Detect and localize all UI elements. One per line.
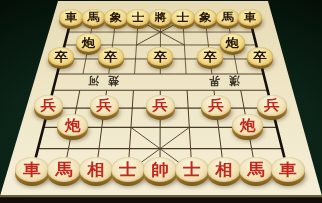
piece-glyph: 車 — [23, 161, 41, 177]
piece-glyph: 卒 — [253, 50, 267, 63]
piece-face: 炮 — [232, 114, 263, 137]
piece-red-soldier[interactable]: 兵 — [146, 95, 175, 124]
xiangqi-photo-scene: 楚河 漢界 車馬象士將士象馬車炮炮卒卒卒卒卒兵兵兵兵兵炮炮車馬相士帥士相馬車 — [0, 0, 322, 203]
piece-glyph: 相 — [87, 161, 105, 177]
piece-black-soldier[interactable]: 卒 — [247, 47, 273, 73]
piece-glyph: 士 — [119, 161, 137, 177]
piece-glyph: 炮 — [240, 118, 256, 133]
piece-face: 卒 — [98, 47, 124, 66]
piece-glyph: 將 — [154, 12, 166, 23]
piece-black-elephant[interactable]: 象 — [104, 9, 128, 33]
piece-red-chariot[interactable]: 車 — [15, 157, 49, 191]
piece-face: 兵 — [146, 95, 175, 117]
piece-black-chariot[interactable]: 車 — [238, 9, 262, 33]
piece-glyph: 馬 — [222, 12, 234, 23]
piece-glyph: 馬 — [247, 161, 265, 177]
piece-red-general[interactable]: 帥 — [143, 157, 177, 191]
piece-black-soldier[interactable]: 卒 — [98, 47, 124, 73]
piece-red-elephant[interactable]: 相 — [207, 157, 241, 191]
piece-glyph: 士 — [177, 12, 189, 23]
piece-glyph: 士 — [132, 12, 144, 23]
piece-glyph: 兵 — [153, 98, 168, 112]
pieces-layer: 車馬象士將士象馬車炮炮卒卒卒卒卒兵兵兵兵兵炮炮車馬相士帥士相馬車 — [0, 0, 322, 203]
piece-glyph: 帥 — [151, 161, 169, 177]
piece-red-soldier[interactable]: 兵 — [90, 95, 119, 124]
piece-black-horse[interactable]: 馬 — [82, 9, 106, 33]
piece-red-chariot[interactable]: 車 — [271, 157, 305, 191]
piece-face: 車 — [238, 9, 262, 26]
piece-red-horse[interactable]: 馬 — [47, 157, 81, 191]
piece-black-advisor[interactable]: 士 — [171, 9, 195, 33]
piece-black-soldier[interactable]: 卒 — [197, 47, 223, 73]
piece-black-horse[interactable]: 馬 — [216, 9, 240, 33]
piece-glyph: 車 — [65, 12, 77, 23]
piece-face: 馬 — [239, 157, 273, 182]
piece-face: 士 — [126, 9, 150, 26]
piece-red-horse[interactable]: 馬 — [239, 157, 273, 191]
piece-face: 士 — [111, 157, 145, 182]
piece-glyph: 卒 — [203, 50, 217, 63]
piece-black-soldier[interactable]: 卒 — [48, 47, 74, 73]
piece-glyph: 象 — [199, 12, 211, 23]
piece-red-elephant[interactable]: 相 — [79, 157, 113, 191]
piece-face: 車 — [271, 157, 305, 182]
piece-glyph: 相 — [215, 161, 233, 177]
piece-glyph: 象 — [110, 12, 122, 23]
piece-red-advisor[interactable]: 士 — [175, 157, 209, 191]
piece-red-soldier[interactable]: 兵 — [201, 95, 230, 124]
piece-face: 象 — [104, 9, 128, 26]
piece-glyph: 卒 — [154, 50, 168, 63]
piece-face: 兵 — [90, 95, 119, 117]
piece-face: 卒 — [48, 47, 74, 66]
piece-black-advisor[interactable]: 士 — [126, 9, 150, 33]
piece-black-soldier[interactable]: 卒 — [147, 47, 173, 73]
piece-glyph: 卒 — [104, 50, 118, 63]
piece-face: 象 — [194, 9, 218, 26]
piece-red-advisor[interactable]: 士 — [111, 157, 145, 191]
piece-face: 卒 — [197, 47, 223, 66]
piece-glyph: 炮 — [65, 118, 81, 133]
piece-face: 帥 — [143, 157, 177, 182]
piece-face: 士 — [175, 157, 209, 182]
piece-glyph: 兵 — [264, 98, 279, 112]
piece-face: 兵 — [201, 95, 230, 117]
piece-face: 馬 — [47, 157, 81, 182]
piece-glyph: 卒 — [54, 50, 68, 63]
piece-glyph: 馬 — [87, 12, 99, 23]
piece-face: 相 — [207, 157, 241, 182]
piece-glyph: 馬 — [55, 161, 73, 177]
piece-glyph: 兵 — [208, 98, 223, 112]
piece-glyph: 兵 — [97, 98, 112, 112]
piece-face: 炮 — [57, 114, 88, 137]
piece-red-cannon[interactable]: 炮 — [57, 114, 88, 145]
piece-face: 卒 — [247, 47, 273, 66]
piece-glyph: 炮 — [82, 36, 95, 48]
piece-black-chariot[interactable]: 車 — [59, 9, 83, 33]
piece-face: 車 — [15, 157, 49, 182]
piece-glyph: 炮 — [226, 36, 239, 48]
piece-black-cannon[interactable]: 炮 — [220, 33, 245, 58]
piece-black-elephant[interactable]: 象 — [194, 9, 218, 33]
piece-black-general[interactable]: 將 — [149, 9, 173, 33]
piece-glyph: 士 — [183, 161, 201, 177]
piece-glyph: 車 — [244, 12, 256, 23]
piece-face: 炮 — [220, 33, 245, 52]
piece-face: 車 — [59, 9, 83, 26]
piece-glyph: 車 — [279, 161, 297, 177]
piece-glyph: 兵 — [41, 98, 56, 112]
piece-face: 相 — [79, 157, 113, 182]
piece-red-cannon[interactable]: 炮 — [232, 114, 263, 145]
piece-face: 士 — [171, 9, 195, 26]
